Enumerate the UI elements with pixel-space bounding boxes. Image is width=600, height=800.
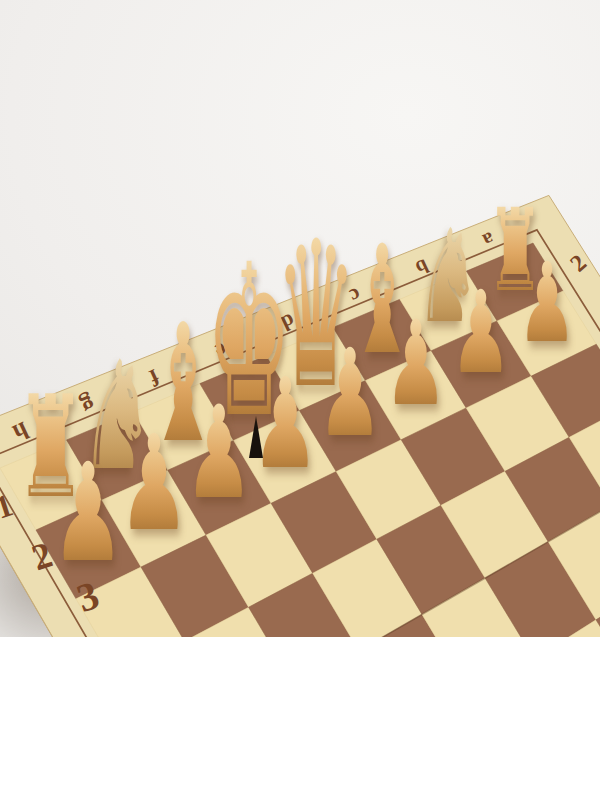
- photo-scene: hgfedcba1232 ♜♞♝♚♛♝♞♜♟♟♟♟♟♟♟♟♟♟: [0, 0, 600, 637]
- white-pawn-icon: ♟: [517, 248, 576, 358]
- white-pawn-icon: ♟: [118, 417, 189, 549]
- white-pawn-icon: ♟: [52, 445, 125, 581]
- white-pawn-icon: ♟: [251, 361, 318, 486]
- white-pawn-icon: ♟: [450, 276, 511, 390]
- white-pawn-icon: ♟: [318, 333, 383, 454]
- white-pawn-icon: ♟: [384, 305, 447, 422]
- white-pawn-icon: ♟: [185, 389, 254, 517]
- chess-set-product-photo: { "game": "chess", "scene_type": "angled…: [0, 0, 600, 800]
- black-pawn-icon: ♟: [486, 598, 575, 637]
